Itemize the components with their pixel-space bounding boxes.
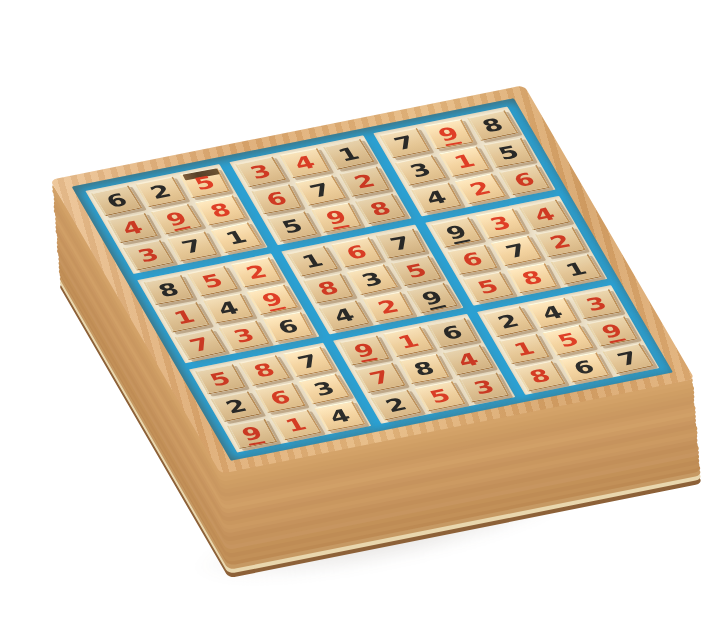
digit: 8 (250, 360, 278, 380)
tile-r3c8[interactable]: 2 (454, 173, 506, 205)
digit: 6 (267, 388, 294, 408)
tile-r3c4[interactable]: 5 (266, 211, 318, 242)
digit: 8 (526, 366, 554, 386)
digit: 4 (531, 205, 559, 225)
tile-r5c9[interactable]: 2 (535, 226, 586, 257)
digit: 2 (243, 262, 270, 282)
tile-r9c7[interactable]: 8 (514, 360, 566, 391)
digit: 9 (598, 321, 625, 341)
tile-r8c6[interactable]: 4 (442, 344, 494, 375)
tile-r4c2[interactable]: 5 (186, 265, 238, 296)
tile-r3c2[interactable]: 7 (167, 231, 218, 262)
digit: 6 (263, 189, 290, 209)
digit: 8 (155, 280, 182, 300)
tile-r2c1[interactable]: 4 (107, 212, 158, 243)
digit: 7 (614, 349, 642, 369)
tile-r2c6[interactable]: 2 (339, 166, 390, 197)
tile-r6c6[interactable]: 9 (406, 282, 458, 314)
digit: 1 (222, 228, 250, 248)
tile-r1c5[interactable]: 4 (279, 147, 330, 178)
digit: 3 (407, 160, 435, 180)
tile-r2c8[interactable]: 1 (439, 146, 491, 177)
digit: 7 (179, 237, 206, 257)
tile-r9c2[interactable]: 1 (270, 409, 322, 440)
tile-r2c3[interactable]: 8 (195, 195, 247, 226)
tile-r5c3[interactable]: 9 (246, 284, 298, 315)
digit: 4 (539, 303, 566, 323)
digit: 9 (351, 341, 378, 361)
tile-r3c6[interactable]: 8 (354, 193, 406, 224)
tile-r8c3[interactable]: 3 (298, 373, 350, 405)
digit: 6 (343, 242, 370, 262)
tile-r9c9[interactable]: 7 (602, 343, 654, 375)
digit: 7 (295, 352, 322, 372)
tile-r9c8[interactable]: 6 (558, 352, 609, 383)
digit: 4 (330, 306, 358, 326)
tile-r1c7[interactable]: 7 (379, 127, 431, 158)
tile-r7c7[interactable]: 2 (482, 306, 534, 338)
digit: 1 (299, 251, 327, 271)
digit: 7 (502, 241, 530, 261)
tile-r5c8[interactable]: 7 (490, 235, 542, 266)
digit: 6 (275, 317, 302, 337)
tile-r2c4[interactable]: 6 (251, 184, 302, 215)
digit: 8 (519, 268, 546, 288)
digit: 4 (291, 153, 318, 173)
digit: 5 (191, 173, 218, 193)
tile-r1c2[interactable]: 2 (135, 176, 187, 207)
tile-r9c1[interactable]: 9 (226, 418, 277, 449)
tile-r4c9[interactable]: 4 (518, 199, 570, 231)
tile-r6c2[interactable]: 3 (218, 320, 270, 351)
tile-r7c6[interactable]: 6 (427, 317, 478, 348)
tile-r9c3[interactable]: 4 (314, 401, 365, 432)
digit: 9 (323, 208, 350, 228)
digit: 7 (387, 234, 414, 254)
digit: 2 (375, 297, 402, 317)
tile-r1c9[interactable]: 8 (467, 110, 519, 141)
tile-r4c6[interactable]: 7 (375, 228, 426, 259)
tile-r4c4[interactable]: 1 (286, 245, 338, 277)
tile-r4c3[interactable]: 2 (231, 257, 282, 288)
tile-r8c2[interactable]: 6 (254, 382, 305, 413)
tile-r4c5[interactable]: 6 (331, 237, 383, 268)
digit: 4 (119, 218, 146, 238)
tile-r4c1[interactable]: 8 (143, 274, 194, 305)
tile-r6c7[interactable]: 5 (462, 271, 514, 302)
digit: 9 (443, 222, 471, 242)
photo-scene: 625498371 341672598 798315426 852149736 … (0, 0, 722, 621)
digit: 5 (199, 271, 227, 291)
wooden-frame: 625498371 341672598 798315426 852149736 … (50, 85, 695, 474)
digit: 2 (494, 312, 522, 332)
digit: 3 (230, 326, 257, 346)
tile-r8c1[interactable]: 2 (210, 391, 262, 422)
tile-r9c4[interactable]: 2 (370, 389, 422, 421)
digit: 1 (562, 259, 590, 279)
digit: 6 (570, 357, 597, 377)
digit: 2 (547, 232, 574, 252)
tile-r3c1[interactable]: 3 (122, 239, 174, 270)
tile-r7c8[interactable]: 4 (526, 297, 578, 328)
digit: 8 (366, 199, 394, 219)
tile-r6c3[interactable]: 6 (263, 311, 314, 342)
tile-r6c9[interactable]: 1 (550, 254, 602, 285)
digit: 8 (411, 359, 438, 379)
tile-r5c1[interactable]: 1 (158, 302, 210, 333)
tile-r5c2[interactable]: 4 (203, 293, 254, 324)
digit: 2 (222, 397, 250, 417)
digit: 1 (394, 332, 422, 352)
tile-r4c7[interactable]: 9 (430, 217, 482, 248)
tile-r6c1[interactable]: 7 (174, 329, 226, 361)
tile-r2c9[interactable]: 5 (483, 137, 534, 168)
digit: 9 (239, 424, 266, 444)
tile-r2c7[interactable]: 3 (394, 154, 446, 186)
tile-r4c8[interactable]: 3 (475, 208, 526, 239)
tile-r7c9[interactable]: 3 (571, 289, 622, 320)
tile-r1c8[interactable]: 9 (423, 119, 474, 150)
digit: 9 (435, 124, 462, 144)
board-surface: 625498371 341672598 798315426 852149736 … (72, 98, 673, 460)
ground-shadow (100, 417, 679, 621)
tile-r2c2[interactable]: 9 (150, 203, 202, 235)
digit: 2 (147, 182, 174, 202)
tile-r5c6[interactable]: 5 (390, 255, 442, 286)
digit: 4 (423, 188, 450, 208)
digit: 7 (307, 180, 335, 200)
digit: 5 (495, 143, 522, 163)
tile-r3c9[interactable]: 6 (498, 164, 550, 195)
tile-r9c6[interactable]: 3 (458, 372, 509, 403)
digit: 5 (474, 277, 501, 297)
digit: 1 (511, 339, 538, 359)
tile-r7c1[interactable]: 5 (195, 364, 246, 395)
digit: 6 (459, 250, 486, 270)
tile-r1c4[interactable]: 3 (235, 156, 287, 187)
digit: 2 (382, 395, 410, 415)
tile-r8c5[interactable]: 8 (399, 353, 450, 384)
digit: 8 (207, 200, 234, 220)
digit: 3 (134, 245, 162, 265)
tile-r5c5[interactable]: 3 (346, 264, 398, 296)
tile-r3c3[interactable]: 1 (210, 222, 262, 254)
digit: 5 (403, 261, 430, 281)
tile-r6c4[interactable]: 4 (318, 300, 370, 331)
digit: 4 (326, 406, 353, 426)
digit: 7 (391, 133, 418, 153)
digit: 1 (335, 144, 363, 164)
digit: 8 (479, 115, 507, 135)
digit: 5 (207, 369, 234, 389)
digit: 1 (282, 415, 310, 435)
digit: 3 (358, 270, 386, 290)
digit: 5 (279, 216, 306, 236)
digit: 1 (451, 152, 478, 172)
digit: 3 (471, 378, 498, 398)
digit: 5 (426, 386, 453, 406)
digit: 6 (103, 191, 131, 211)
tile-r8c4[interactable]: 7 (354, 362, 406, 393)
tile-r6c8[interactable]: 8 (507, 263, 558, 294)
digit: 5 (554, 330, 582, 350)
tile-r7c2[interactable]: 8 (238, 355, 290, 387)
tile-r3c7[interactable]: 4 (411, 182, 462, 213)
tile-r1c6[interactable]: 1 (323, 138, 375, 170)
digit: 6 (439, 323, 466, 343)
tile-r1c3[interactable]: 5 (179, 168, 230, 199)
digit: 2 (466, 179, 494, 199)
digit: 3 (247, 162, 275, 182)
tile-r7c4[interactable]: 9 (339, 335, 390, 366)
tile-r8c9[interactable]: 9 (586, 316, 638, 347)
tile-r1c1[interactable]: 6 (91, 185, 143, 217)
tile-r5c7[interactable]: 6 (447, 244, 498, 275)
digit: 9 (418, 288, 446, 308)
digit: 6 (511, 170, 538, 190)
tile-r7c5[interactable]: 1 (382, 326, 434, 357)
tile-r9c5[interactable]: 5 (414, 381, 466, 412)
tile-r3c5[interactable]: 9 (311, 202, 362, 233)
tile-r8c7[interactable]: 1 (498, 333, 549, 364)
tile-r7c3[interactable]: 7 (282, 346, 334, 377)
digit: 3 (583, 294, 610, 314)
digit: 3 (487, 214, 514, 234)
digit: 9 (163, 209, 191, 229)
digit: 3 (310, 379, 338, 399)
digit: 7 (186, 334, 214, 354)
digit: 7 (366, 368, 393, 388)
digit: 4 (215, 299, 242, 319)
sudoku-box: 625498371 341672598 798315426 852149736 … (50, 85, 695, 474)
digit: 2 (351, 172, 378, 192)
tile-r6c5[interactable]: 2 (362, 291, 413, 322)
digit: 9 (258, 290, 286, 310)
digit: 8 (315, 279, 342, 299)
tile-r2c5[interactable]: 7 (294, 175, 346, 206)
digit: 4 (454, 350, 482, 370)
tile-r5c4[interactable]: 8 (303, 273, 354, 304)
digit: 1 (171, 307, 198, 327)
tile-r8c8[interactable]: 5 (542, 324, 594, 356)
